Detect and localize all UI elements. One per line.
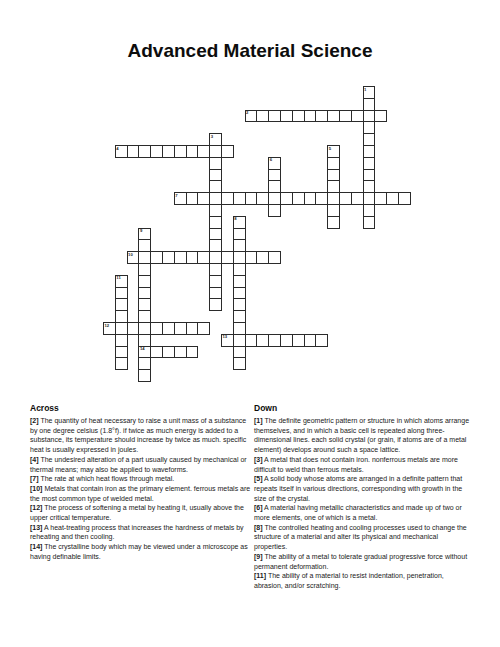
clue-number-label: [8] (254, 524, 263, 531)
grid-cell[interactable] (197, 145, 210, 158)
clue-number: 14 (140, 346, 145, 351)
clue-number-label: [10] (30, 485, 42, 492)
grid-cell-numbered[interactable]: 10 (127, 251, 140, 264)
grid-cell[interactable] (115, 357, 128, 370)
clue-number: 12 (105, 323, 110, 328)
grid-cell[interactable] (268, 251, 281, 264)
clue-number-label: [12] (30, 504, 42, 511)
grid-cell[interactable] (374, 110, 387, 123)
clue-across-13: [13] A heat-treating process that increa… (30, 523, 253, 542)
grid-cell[interactable] (221, 251, 234, 264)
clue-across-14: [14] The crystalline body which may be v… (30, 542, 253, 561)
clue-number-label: [11] (254, 572, 266, 579)
clue-number-label: [13] (30, 524, 42, 531)
clue-down-9: [9] The ability of a metal to tolerate g… (254, 552, 472, 571)
clue-number-label: [9] (254, 553, 263, 560)
grid-cell[interactable] (197, 322, 210, 335)
crossword-grid: 1234567891410111213 (103, 86, 411, 382)
clue-down-6: [6] A material having metallic character… (254, 503, 472, 522)
clue-across-10: [10] Metals that contain iron as the pri… (30, 484, 253, 503)
down-clue-list: [1] The definite geometric pattern or st… (254, 416, 472, 591)
clue-down-1: [1] The definite geometric pattern or st… (254, 416, 472, 455)
grid-cell[interactable] (398, 192, 411, 205)
grid-cell[interactable] (209, 298, 222, 311)
grid-cell[interactable] (351, 110, 364, 123)
clue-number: 10 (128, 252, 133, 257)
grid-cell[interactable] (221, 145, 234, 158)
clue-across-2: [2] The quantity of heat necessary to ra… (30, 416, 253, 455)
grid-cell[interactable] (351, 192, 364, 205)
down-clue-column: Down [1] The definite geometric pattern … (254, 403, 472, 591)
across-clue-column: Across [2] The quantity of heat necessar… (30, 403, 253, 562)
clue-number: 11 (116, 275, 120, 280)
clue-number: 7 (175, 193, 177, 198)
grid-cell-numbered[interactable]: 13 (221, 334, 234, 347)
grid-cell[interactable] (127, 322, 140, 335)
clue-number-label: [7] (30, 475, 39, 482)
clue-down-8: [8] The controlled heating and cooling p… (254, 523, 472, 552)
clue-down-11: [11] The ability of a material to resist… (254, 571, 472, 590)
grid-cell[interactable] (138, 369, 151, 382)
clue-number: 9 (140, 228, 142, 233)
grid-cell[interactable] (233, 357, 246, 370)
grid-cell[interactable] (197, 192, 210, 205)
down-header: Down (254, 403, 472, 413)
clue-across-7: [7] The rate at which heat flows through… (30, 474, 253, 484)
clue-number: 2 (246, 110, 248, 115)
grid-cell[interactable] (197, 251, 210, 264)
clue-number-label: [4] (30, 456, 39, 463)
across-header: Across (30, 403, 253, 413)
grid-cell[interactable] (363, 216, 376, 229)
clue-number-label: [5] (254, 475, 263, 482)
grid-cell[interactable] (315, 192, 328, 205)
grid-cell[interactable] (268, 204, 281, 217)
clue-number: 6 (270, 157, 272, 162)
grid-cell[interactable] (256, 192, 269, 205)
clue-down-5: [5] A solid body whose atoms are arrange… (254, 474, 472, 503)
clue-number-label: [2] (30, 417, 39, 424)
grid-cell[interactable] (327, 216, 340, 229)
clue-number: 5 (329, 146, 331, 151)
clue-number: 13 (223, 334, 228, 339)
grid-cell[interactable] (186, 346, 199, 359)
clue-across-12: [12] The process of softening a metal by… (30, 503, 253, 522)
clue-number-label: [6] (254, 504, 263, 511)
clue-across-4: [4] The undesired alteration of a part u… (30, 455, 253, 474)
clue-number-label: [1] (254, 417, 263, 424)
clue-number-label: [3] (254, 456, 263, 463)
clue-number: 1 (364, 87, 366, 92)
clue-number: 4 (116, 146, 118, 151)
grid-cell-numbered[interactable]: 12 (103, 322, 116, 335)
clue-number-label: [14] (30, 543, 42, 550)
grid-cell[interactable] (315, 334, 328, 347)
crossword-page: Advanced Material Science 12345678914101… (0, 0, 500, 647)
clue-down-3: [3] A metal that does not contain iron. … (254, 455, 472, 474)
across-clue-list: [2] The quantity of heat necessary to ra… (30, 416, 253, 562)
puzzle-title: Advanced Material Science (0, 40, 500, 62)
clue-number: 3 (211, 134, 213, 139)
clue-number: 8 (234, 216, 236, 221)
